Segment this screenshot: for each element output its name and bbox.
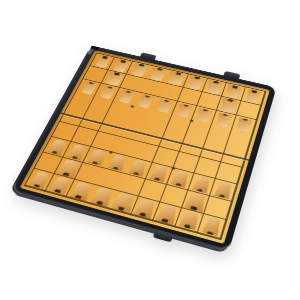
piece-sente-pawn[interactable]: 歩兵: [171, 169, 191, 187]
piece-sente-pawn[interactable]: 歩兵: [108, 154, 128, 172]
piece-sente-pawn[interactable]: 歩兵: [214, 180, 234, 199]
piece-sente-lance[interactable]: 香車: [201, 216, 222, 237]
product-photo-scene: 香車桂馬銀将金将玉将金将銀将桂馬香車飛車角行歩兵歩兵歩兵歩兵歩兵歩兵歩兵歩兵歩兵…: [0, 0, 300, 300]
top-clip-right: [223, 71, 240, 80]
piece-sente-knight[interactable]: 桂馬: [178, 210, 201, 231]
piece-gote-pawn[interactable]: 歩兵: [215, 112, 233, 128]
piece-sente-pawn[interactable]: 歩兵: [149, 164, 169, 182]
shogi-board: 香車桂馬銀将金将玉将金将銀将桂馬香車飛車角行歩兵歩兵歩兵歩兵歩兵歩兵歩兵歩兵歩兵…: [20, 50, 270, 244]
piece-gote-pawn[interactable]: 歩兵: [235, 117, 253, 133]
piece-sente-pawn[interactable]: 歩兵: [128, 159, 148, 177]
top-clip-left: [139, 52, 156, 61]
case-shadow: 香車桂馬銀将金将玉将金将銀将桂馬香車飛車角行歩兵歩兵歩兵歩兵歩兵歩兵歩兵歩兵歩兵…: [0, 0, 300, 300]
bottom-clip: [153, 229, 174, 242]
piece-gote-pawn[interactable]: 歩兵: [195, 108, 213, 124]
piece-sente-pawn[interactable]: 歩兵: [192, 175, 212, 194]
piece-gote-pawn[interactable]: 歩兵: [136, 94, 155, 109]
piece-gote-pawn[interactable]: 歩兵: [155, 98, 174, 113]
piece-gote-pawn[interactable]: 歩兵: [175, 103, 193, 119]
shogi-case-frame: 香車桂馬銀将金将玉将金将銀将桂馬香車飛車角行歩兵歩兵歩兵歩兵歩兵歩兵歩兵歩兵歩兵…: [11, 46, 277, 252]
piece-gote-pawn[interactable]: 歩兵: [117, 89, 136, 104]
